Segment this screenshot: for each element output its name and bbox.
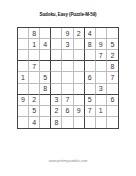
sudoku-cell-given: 6: [85, 72, 96, 83]
sudoku-cell-empty: [62, 72, 73, 83]
sudoku-cell-empty: [40, 117, 51, 128]
sudoku-cell-empty: [40, 28, 51, 39]
sudoku-cell-given: 8: [107, 61, 118, 72]
sudoku-cell-empty: [85, 61, 96, 72]
sudoku-cell-given: 7: [85, 106, 96, 117]
sudoku-cell-empty: [74, 72, 85, 83]
sudoku-cell-empty: [51, 61, 62, 72]
sudoku-cell-given: 3: [51, 95, 62, 106]
sudoku-cell-given: 7: [96, 50, 107, 61]
sudoku-cell-empty: [51, 84, 62, 95]
sudoku-cell-given: 4: [29, 117, 40, 128]
sudoku-cell-empty: [18, 84, 29, 95]
sudoku-cell-given: 5: [40, 72, 51, 83]
sudoku-cell-given: 7: [29, 61, 40, 72]
sudoku-board: 8924143895727815678392375652697148: [17, 27, 119, 129]
sudoku-cell-empty: [40, 50, 51, 61]
sudoku-cell-given: 1: [29, 39, 40, 50]
sudoku-cell-empty: [96, 117, 107, 128]
sudoku-cell-empty: [74, 50, 85, 61]
sudoku-cell-empty: [107, 28, 118, 39]
sudoku-cell-given: 2: [51, 106, 62, 117]
sudoku-cell-given: 8: [29, 28, 40, 39]
sudoku-cell-empty: [96, 72, 107, 83]
sudoku-cell-empty: [18, 39, 29, 50]
sudoku-cell-empty: [74, 39, 85, 50]
sudoku-cell-empty: [29, 84, 40, 95]
sudoku-cell-empty: [18, 28, 29, 39]
sudoku-cell-empty: [62, 50, 73, 61]
sudoku-cell-given: 8: [85, 39, 96, 50]
sudoku-cell-empty: [62, 84, 73, 95]
sudoku-cell-empty: [85, 84, 96, 95]
sudoku-cell-given: 2: [29, 95, 40, 106]
sudoku-cell-empty: [51, 50, 62, 61]
sudoku-cell-empty: [74, 117, 85, 128]
sudoku-cell-empty: [40, 95, 51, 106]
sudoku-cell-empty: [29, 72, 40, 83]
sudoku-cell-empty: [85, 50, 96, 61]
sudoku-cell-empty: [107, 106, 118, 117]
sudoku-cell-empty: [85, 117, 96, 128]
sudoku-cell-given: 5: [85, 95, 96, 106]
sudoku-cell-given: 3: [62, 39, 73, 50]
sudoku-cell-empty: [18, 61, 29, 72]
sudoku-cell-given: 4: [40, 39, 51, 50]
sudoku-cell-given: 8: [40, 84, 51, 95]
sudoku-cell-empty: [40, 106, 51, 117]
sudoku-cell-empty: [96, 95, 107, 106]
sudoku-cell-empty: [51, 39, 62, 50]
sudoku-cell-empty: [62, 117, 73, 128]
sudoku-cell-given: 5: [107, 39, 118, 50]
sudoku-cell-empty: [74, 61, 85, 72]
sudoku-cell-given: 5: [29, 106, 40, 117]
sudoku-cell-given: 2: [107, 50, 118, 61]
sudoku-cell-given: 6: [107, 95, 118, 106]
sudoku-cell-empty: [18, 50, 29, 61]
sudoku-cell-given: 7: [107, 72, 118, 83]
sudoku-cell-empty: [107, 84, 118, 95]
sudoku-cell-empty: [40, 61, 51, 72]
sudoku-cell-empty: [29, 50, 40, 61]
sudoku-cell-empty: [51, 28, 62, 39]
sudoku-cell-given: 8: [51, 117, 62, 128]
sudoku-cell-given: 9: [96, 39, 107, 50]
sudoku-cell-given: 6: [62, 106, 73, 117]
sudoku-cell-empty: [96, 28, 107, 39]
sudoku-cell-given: 3: [96, 84, 107, 95]
sudoku-cell-given: 9: [18, 95, 29, 106]
puzzle-title: Sudoku, Easy (Puzzle-M-59): [0, 11, 136, 18]
sudoku-cell-given: 1: [96, 106, 107, 117]
sudoku-cell-given: 7: [62, 95, 73, 106]
sudoku-page: Sudoku, Easy (Puzzle-M-59) 8924143895727…: [0, 0, 136, 176]
footer-url: www.printmysudoku.com: [0, 159, 136, 164]
sudoku-cell-given: 9: [74, 106, 85, 117]
sudoku-cell-given: 2: [74, 28, 85, 39]
sudoku-cell-empty: [74, 95, 85, 106]
sudoku-cell-given: 4: [85, 28, 96, 39]
sudoku-cell-empty: [18, 117, 29, 128]
sudoku-cell-given: 1: [18, 72, 29, 83]
sudoku-cell-empty: [51, 72, 62, 83]
sudoku-cell-empty: [18, 106, 29, 117]
sudoku-cell-given: 9: [62, 28, 73, 39]
sudoku-cell-empty: [96, 61, 107, 72]
sudoku-cell-empty: [62, 61, 73, 72]
sudoku-cell-empty: [107, 117, 118, 128]
sudoku-cell-empty: [74, 84, 85, 95]
